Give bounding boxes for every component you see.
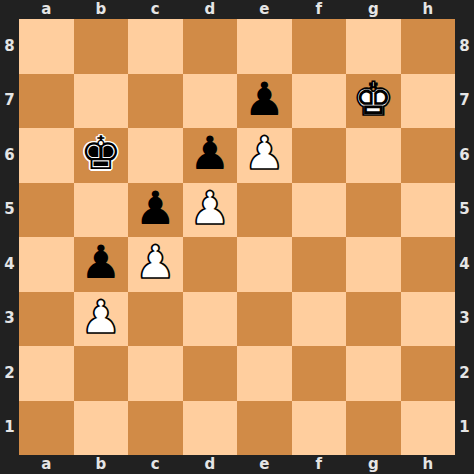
rank-label-2: 2 <box>455 346 474 401</box>
file-label-e: e <box>237 455 292 474</box>
square-c2[interactable] <box>128 346 183 401</box>
square-e5[interactable] <box>237 183 292 238</box>
square-b6[interactable]: ♚ <box>74 128 129 183</box>
file-label-h: h <box>401 0 456 19</box>
square-h7[interactable] <box>401 74 456 129</box>
rank-label-3: 3 <box>0 292 19 347</box>
file-label-d: d <box>183 455 238 474</box>
square-b3[interactable]: ♟ <box>74 292 129 347</box>
square-a5[interactable] <box>19 183 74 238</box>
rank-label-2: 2 <box>0 346 19 401</box>
rank-label-8: 8 <box>455 19 474 74</box>
file-label-g: g <box>346 0 401 19</box>
file-label-c: c <box>128 0 183 19</box>
square-c3[interactable] <box>128 292 183 347</box>
file-label-d: d <box>183 0 238 19</box>
white-pawn-c4[interactable]: ♟ <box>135 239 176 285</box>
square-g8[interactable] <box>346 19 401 74</box>
file-label-f: f <box>292 455 347 474</box>
square-f8[interactable] <box>292 19 347 74</box>
white-king-g7[interactable]: ♚ <box>353 76 394 122</box>
file-label-a: a <box>19 455 74 474</box>
rank-label-1: 1 <box>0 401 19 456</box>
square-b1[interactable] <box>74 401 129 456</box>
black-pawn-b4[interactable]: ♟ <box>80 239 121 285</box>
square-f7[interactable] <box>292 74 347 129</box>
white-pawn-d5[interactable]: ♟ <box>189 185 230 231</box>
square-a4[interactable] <box>19 237 74 292</box>
square-g5[interactable] <box>346 183 401 238</box>
rank-label-1: 1 <box>455 401 474 456</box>
file-label-g: g <box>346 455 401 474</box>
square-c7[interactable] <box>128 74 183 129</box>
file-label-b: b <box>74 0 129 19</box>
rank-label-5: 5 <box>455 183 474 238</box>
square-b5[interactable] <box>74 183 129 238</box>
square-f5[interactable] <box>292 183 347 238</box>
square-g2[interactable] <box>346 346 401 401</box>
square-f4[interactable] <box>292 237 347 292</box>
white-pawn-b3[interactable]: ♟ <box>80 294 121 340</box>
square-d4[interactable] <box>183 237 238 292</box>
square-h3[interactable] <box>401 292 456 347</box>
file-label-f: f <box>292 0 347 19</box>
square-g7[interactable]: ♚ <box>346 74 401 129</box>
square-h1[interactable] <box>401 401 456 456</box>
square-a2[interactable] <box>19 346 74 401</box>
square-a3[interactable] <box>19 292 74 347</box>
black-pawn-c5[interactable]: ♟ <box>135 185 176 231</box>
square-f6[interactable] <box>292 128 347 183</box>
file-label-c: c <box>128 455 183 474</box>
rank-label-4: 4 <box>455 237 474 292</box>
square-c8[interactable] <box>128 19 183 74</box>
square-g3[interactable] <box>346 292 401 347</box>
file-label-b: b <box>74 455 129 474</box>
square-g4[interactable] <box>346 237 401 292</box>
square-e8[interactable] <box>237 19 292 74</box>
square-e7[interactable]: ♟ <box>237 74 292 129</box>
chess-board: ♟♚♚♟♟♟♟♟♟♟ <box>19 19 455 455</box>
square-a6[interactable] <box>19 128 74 183</box>
file-labels-top: abcdefgh <box>19 0 455 19</box>
square-c4[interactable]: ♟ <box>128 237 183 292</box>
rank-label-4: 4 <box>0 237 19 292</box>
chess-diagram: abcdefgh abcdefgh 87654321 87654321 ♟♚♚♟… <box>0 0 474 474</box>
file-labels-bottom: abcdefgh <box>19 455 455 474</box>
square-h6[interactable] <box>401 128 456 183</box>
square-d5[interactable]: ♟ <box>183 183 238 238</box>
square-d7[interactable] <box>183 74 238 129</box>
rank-label-8: 8 <box>0 19 19 74</box>
square-e1[interactable] <box>237 401 292 456</box>
file-label-a: a <box>19 0 74 19</box>
square-a7[interactable] <box>19 74 74 129</box>
rank-label-3: 3 <box>455 292 474 347</box>
square-e3[interactable] <box>237 292 292 347</box>
file-label-e: e <box>237 0 292 19</box>
square-d8[interactable] <box>183 19 238 74</box>
rank-label-6: 6 <box>455 128 474 183</box>
square-h8[interactable] <box>401 19 456 74</box>
square-b8[interactable] <box>74 19 129 74</box>
rank-label-7: 7 <box>0 74 19 129</box>
white-pawn-e6[interactable]: ♟ <box>244 130 285 176</box>
square-c5[interactable]: ♟ <box>128 183 183 238</box>
black-pawn-e7[interactable]: ♟ <box>244 76 285 122</box>
square-d1[interactable] <box>183 401 238 456</box>
rank-label-6: 6 <box>0 128 19 183</box>
rank-label-5: 5 <box>0 183 19 238</box>
square-d6[interactable]: ♟ <box>183 128 238 183</box>
black-king-b6[interactable]: ♚ <box>80 130 121 176</box>
square-f3[interactable] <box>292 292 347 347</box>
square-f1[interactable] <box>292 401 347 456</box>
square-c6[interactable] <box>128 128 183 183</box>
square-b2[interactable] <box>74 346 129 401</box>
square-e2[interactable] <box>237 346 292 401</box>
square-c1[interactable] <box>128 401 183 456</box>
square-b7[interactable] <box>74 74 129 129</box>
square-h5[interactable] <box>401 183 456 238</box>
square-g1[interactable] <box>346 401 401 456</box>
square-b4[interactable]: ♟ <box>74 237 129 292</box>
square-h4[interactable] <box>401 237 456 292</box>
rank-label-7: 7 <box>455 74 474 129</box>
black-pawn-d6[interactable]: ♟ <box>189 130 230 176</box>
square-h2[interactable] <box>401 346 456 401</box>
square-f2[interactable] <box>292 346 347 401</box>
square-d3[interactable] <box>183 292 238 347</box>
file-label-h: h <box>401 455 456 474</box>
square-a1[interactable] <box>19 401 74 456</box>
square-e6[interactable]: ♟ <box>237 128 292 183</box>
square-e4[interactable] <box>237 237 292 292</box>
square-g6[interactable] <box>346 128 401 183</box>
square-a8[interactable] <box>19 19 74 74</box>
rank-labels-right: 87654321 <box>455 19 474 455</box>
rank-labels-left: 87654321 <box>0 19 19 455</box>
square-d2[interactable] <box>183 346 238 401</box>
